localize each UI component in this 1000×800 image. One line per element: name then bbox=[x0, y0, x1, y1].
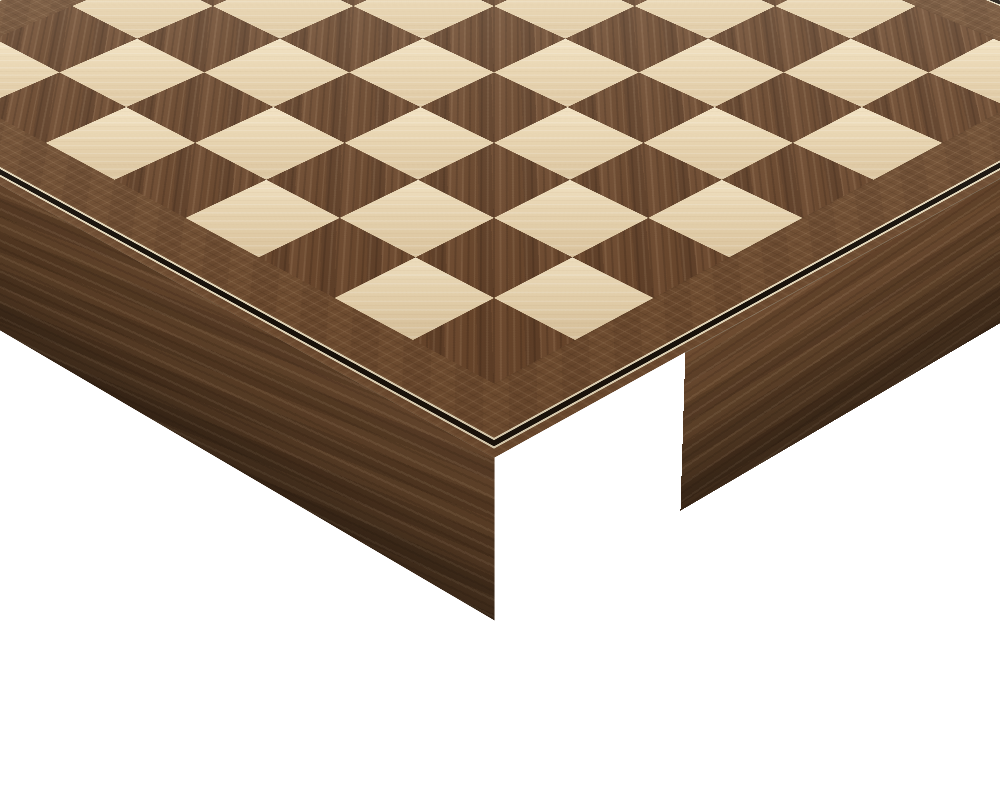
photo-scene bbox=[0, 0, 1000, 800]
product-photo bbox=[0, 0, 1000, 800]
